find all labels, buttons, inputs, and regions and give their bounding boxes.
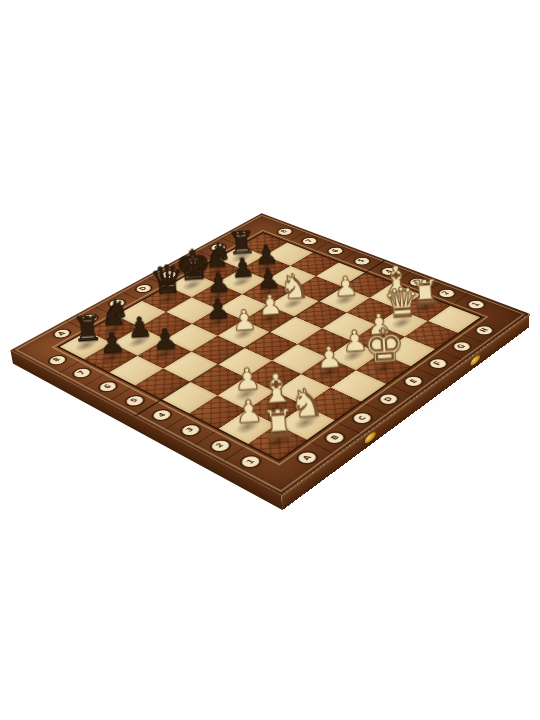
piece-ground-shadow — [259, 398, 292, 418]
piece-ground-shadow — [71, 336, 103, 353]
file-label-medallion: E — [399, 373, 428, 389]
piece-ground-shadow — [387, 315, 417, 332]
file-label-medallion: A — [49, 327, 75, 341]
piece-ground-shadow — [152, 292, 182, 308]
piece-ground-shadow — [330, 292, 359, 308]
piece-ground-shadow — [123, 333, 154, 350]
rank-label-medallion: 8 — [273, 226, 297, 237]
rank-label-medallion: 2 — [433, 287, 459, 300]
file-label-medallion: G — [448, 339, 476, 354]
rank-label-medallion: 7 — [68, 366, 96, 381]
square-g5 — [292, 276, 342, 301]
rank-label-medallion: 8 — [44, 353, 71, 368]
piece-ground-shadow — [253, 285, 282, 300]
piece-ground-shadow — [312, 363, 344, 382]
rank-label-medallion: 4 — [377, 265, 402, 277]
file-label-medallion: C — [347, 410, 377, 427]
file-label-medallion: B — [320, 429, 350, 447]
piece-ground-shadow — [289, 412, 323, 433]
piece-ground-shadow — [261, 431, 296, 452]
file-label-medallion: F — [424, 356, 452, 371]
rank-label-medallion: 2 — [205, 437, 235, 455]
piece-ground-shadow — [149, 345, 181, 363]
product-photo-scene: ABCDEFGH ABCDEFGH 87654321 87654321 ♜♞♛♚… — [0, 0, 540, 720]
file-label-medallion: A — [292, 449, 323, 468]
rank-label-medallion: 6 — [94, 379, 122, 395]
piece-ground-shadow — [231, 416, 265, 437]
piece-ground-shadow — [363, 330, 394, 347]
rank-label-medallion: 3 — [176, 421, 206, 438]
rank-label-medallion: 1 — [235, 452, 266, 471]
piece-ground-shadow — [338, 346, 369, 364]
square-c6 — [165, 324, 218, 352]
square-d6: ♟ — [191, 309, 243, 336]
rank-label-medallion: 6 — [323, 245, 347, 257]
rank-label-medallion: 1 — [463, 298, 489, 312]
piece-ground-shadow — [251, 260, 279, 275]
rank-label-medallion: 7 — [298, 235, 322, 246]
rank-label-medallion: 5 — [120, 393, 149, 409]
file-label-medallion: H — [471, 323, 498, 337]
piece-ground-shadow — [368, 359, 400, 377]
rank-label-medallion: 5 — [350, 255, 375, 267]
piece-ground-shadow — [230, 384, 263, 403]
piece-ground-shadow — [178, 277, 207, 292]
piece-ground-shadow — [202, 288, 232, 303]
piece-ground-shadow — [410, 300, 440, 316]
file-label-medallion: D — [374, 391, 403, 408]
rank-label-medallion: 3 — [405, 276, 431, 289]
rank-label-medallion: 4 — [148, 407, 177, 424]
piece-ground-shadow — [381, 288, 410, 304]
